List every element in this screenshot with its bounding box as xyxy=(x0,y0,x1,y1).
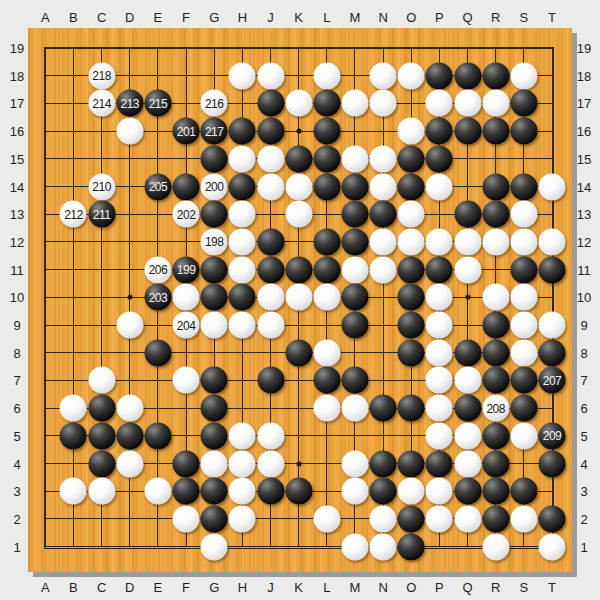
row-label-right: 4 xyxy=(580,456,587,471)
stone-black xyxy=(482,312,509,339)
stone-black xyxy=(341,367,368,394)
row-label-right: 6 xyxy=(580,401,587,416)
stone-white xyxy=(229,478,256,505)
stone-white xyxy=(510,228,537,255)
stone-white xyxy=(482,90,509,117)
stone-white xyxy=(426,395,453,422)
stone-black xyxy=(88,422,115,449)
col-label-bottom: F xyxy=(182,580,190,595)
stone-white: 218 xyxy=(88,62,115,89)
move-number: 208 xyxy=(486,402,505,414)
stone-black xyxy=(88,450,115,477)
stone-black: 211 xyxy=(88,201,115,228)
col-label-bottom: M xyxy=(350,580,361,595)
row-label-left: 18 xyxy=(10,68,24,83)
stone-black xyxy=(341,228,368,255)
go-app-screen: ABCDEFGHJKLMNOPQRST ABCDEFGHJKLMNOPQRST … xyxy=(0,0,600,600)
stone-white xyxy=(144,478,171,505)
stone-white xyxy=(257,450,284,477)
stone-white xyxy=(341,478,368,505)
col-label-top: R xyxy=(491,10,500,25)
stone-black: 203 xyxy=(144,284,171,311)
stone-black xyxy=(257,367,284,394)
col-label-bottom: P xyxy=(435,580,444,595)
col-label-top: C xyxy=(97,10,106,25)
row-label-right: 3 xyxy=(580,484,587,499)
stone-white xyxy=(426,505,453,532)
stone-white xyxy=(454,256,481,283)
stone-black xyxy=(539,256,566,283)
stone-white xyxy=(370,173,397,200)
stone-white xyxy=(229,62,256,89)
stone-black xyxy=(454,395,481,422)
col-label-top: A xyxy=(41,10,50,25)
col-label-bottom: J xyxy=(267,580,274,595)
stone-white xyxy=(370,533,397,560)
stone-black xyxy=(426,118,453,145)
stone-black xyxy=(201,367,228,394)
stone-white xyxy=(313,395,340,422)
stone-black: 207 xyxy=(539,367,566,394)
stone-white xyxy=(229,145,256,172)
move-number: 204 xyxy=(177,319,196,331)
stone-white xyxy=(116,118,143,145)
row-label-right: 16 xyxy=(577,124,591,139)
stone-black xyxy=(341,173,368,200)
stone-white xyxy=(173,367,200,394)
stone-white xyxy=(88,367,115,394)
row-label-left: 12 xyxy=(10,234,24,249)
stone-black xyxy=(398,533,425,560)
stone-black xyxy=(144,422,171,449)
row-label-right: 13 xyxy=(577,207,591,222)
stone-white: 206 xyxy=(144,256,171,283)
row-label-left: 13 xyxy=(10,207,24,222)
stone-white xyxy=(426,173,453,200)
star-point xyxy=(296,461,301,466)
col-label-bottom: K xyxy=(294,580,303,595)
stone-black xyxy=(285,339,312,366)
row-label-left: 19 xyxy=(10,41,24,56)
stone-black xyxy=(173,173,200,200)
move-number: 211 xyxy=(93,208,111,220)
row-label-left: 6 xyxy=(13,401,20,416)
stone-black xyxy=(482,478,509,505)
stone-black xyxy=(482,367,509,394)
stone-black xyxy=(482,505,509,532)
stone-white xyxy=(229,422,256,449)
stone-white xyxy=(285,90,312,117)
row-label-left: 10 xyxy=(10,290,24,305)
col-label-top: O xyxy=(406,10,416,25)
move-number: 202 xyxy=(177,208,196,220)
stone-white xyxy=(454,367,481,394)
stone-black xyxy=(426,256,453,283)
stone-black xyxy=(510,395,537,422)
row-label-right: 8 xyxy=(580,345,587,360)
row-label-right: 15 xyxy=(577,151,591,166)
stone-white xyxy=(454,90,481,117)
stone-black xyxy=(201,284,228,311)
stone-white xyxy=(229,256,256,283)
col-label-bottom: L xyxy=(323,580,330,595)
stone-white xyxy=(201,312,228,339)
stone-white xyxy=(229,228,256,255)
stone-black xyxy=(482,62,509,89)
row-label-right: 18 xyxy=(577,68,591,83)
stone-black xyxy=(426,450,453,477)
stone-white xyxy=(229,450,256,477)
stone-white xyxy=(454,422,481,449)
stone-white xyxy=(257,173,284,200)
stone-black xyxy=(454,339,481,366)
stone-white xyxy=(341,90,368,117)
stone-white xyxy=(370,256,397,283)
move-number: 212 xyxy=(64,208,83,220)
stone-black xyxy=(454,201,481,228)
move-number: 215 xyxy=(149,97,168,109)
stone-white xyxy=(370,228,397,255)
move-number: 210 xyxy=(92,181,111,193)
stone-white xyxy=(60,395,87,422)
col-label-top: N xyxy=(378,10,387,25)
stone-white xyxy=(285,201,312,228)
stone-white xyxy=(539,228,566,255)
col-label-bottom: A xyxy=(41,580,50,595)
stone-black xyxy=(398,450,425,477)
stone-black xyxy=(482,339,509,366)
stone-white xyxy=(539,173,566,200)
stone-black xyxy=(510,478,537,505)
move-number: 206 xyxy=(149,264,168,276)
stone-white xyxy=(313,339,340,366)
stone-white xyxy=(426,312,453,339)
move-number: 217 xyxy=(205,125,224,137)
col-label-bottom: T xyxy=(548,580,556,595)
stone-white xyxy=(482,284,509,311)
stone-black xyxy=(257,90,284,117)
move-number: 198 xyxy=(205,236,224,248)
col-label-bottom: N xyxy=(378,580,387,595)
move-number: 201 xyxy=(177,125,196,137)
stone-white xyxy=(313,62,340,89)
col-label-bottom: B xyxy=(69,580,78,595)
stone-black xyxy=(370,201,397,228)
stone-black xyxy=(482,422,509,449)
stone-white xyxy=(285,173,312,200)
stone-black xyxy=(398,256,425,283)
stone-white: 216 xyxy=(201,90,228,117)
stone-white xyxy=(426,367,453,394)
stone-black xyxy=(539,339,566,366)
stone-white xyxy=(313,505,340,532)
col-label-bottom: G xyxy=(209,580,219,595)
row-label-right: 17 xyxy=(577,96,591,111)
stone-black xyxy=(60,422,87,449)
stone-white xyxy=(454,450,481,477)
col-label-top: B xyxy=(69,10,78,25)
stone-white xyxy=(510,62,537,89)
stone-white: 202 xyxy=(173,201,200,228)
stone-black xyxy=(257,256,284,283)
stone-white xyxy=(482,228,509,255)
stone-white xyxy=(173,284,200,311)
stone-black xyxy=(313,228,340,255)
stone-white xyxy=(201,450,228,477)
stone-white xyxy=(257,145,284,172)
move-number: 213 xyxy=(120,97,139,109)
stone-black xyxy=(173,478,200,505)
col-label-top: M xyxy=(350,10,361,25)
move-number: 214 xyxy=(92,97,111,109)
stone-white xyxy=(426,478,453,505)
stone-white xyxy=(510,422,537,449)
stone-white xyxy=(426,228,453,255)
stone-black xyxy=(313,118,340,145)
stone-white xyxy=(257,422,284,449)
stone-black xyxy=(510,118,537,145)
stone-white xyxy=(426,284,453,311)
stone-white xyxy=(229,312,256,339)
stone-black xyxy=(482,118,509,145)
stone-black xyxy=(510,173,537,200)
stone-black xyxy=(539,450,566,477)
row-label-left: 17 xyxy=(10,96,24,111)
stone-black xyxy=(370,395,397,422)
stone-white xyxy=(341,145,368,172)
stone-black xyxy=(370,450,397,477)
stone-black xyxy=(201,145,228,172)
row-label-left: 11 xyxy=(10,262,24,277)
stone-white xyxy=(370,505,397,532)
stone-white xyxy=(482,533,509,560)
row-label-right: 2 xyxy=(580,511,587,526)
move-number: 205 xyxy=(149,181,168,193)
move-number: 209 xyxy=(543,430,562,442)
stone-black: 215 xyxy=(144,90,171,117)
col-label-bottom: H xyxy=(238,580,247,595)
stone-black xyxy=(313,367,340,394)
stone-black xyxy=(201,422,228,449)
stone-white xyxy=(454,228,481,255)
col-label-bottom: R xyxy=(491,580,500,595)
stone-black xyxy=(510,90,537,117)
stone-white xyxy=(257,62,284,89)
stone-white xyxy=(341,395,368,422)
stone-white xyxy=(173,505,200,532)
row-label-right: 5 xyxy=(580,428,587,443)
stone-black xyxy=(398,339,425,366)
stone-black xyxy=(426,145,453,172)
stone-black xyxy=(426,62,453,89)
stone-white xyxy=(539,312,566,339)
stone-white xyxy=(398,118,425,145)
stone-black xyxy=(116,422,143,449)
stone-white: 212 xyxy=(60,201,87,228)
stone-black xyxy=(539,505,566,532)
col-label-bottom: Q xyxy=(462,580,472,595)
stone-black xyxy=(313,90,340,117)
stone-white xyxy=(88,478,115,505)
col-label-bottom: C xyxy=(97,580,106,595)
star-point xyxy=(127,295,132,300)
move-number: 200 xyxy=(205,181,224,193)
col-label-bottom: E xyxy=(154,580,163,595)
stone-white: 198 xyxy=(201,228,228,255)
stone-black xyxy=(313,145,340,172)
stone-white xyxy=(398,201,425,228)
stone-black xyxy=(398,145,425,172)
stone-black: 217 xyxy=(201,118,228,145)
stone-black xyxy=(257,228,284,255)
stone-black xyxy=(510,256,537,283)
stone-white xyxy=(426,339,453,366)
stone-black xyxy=(144,339,171,366)
stone-white xyxy=(370,62,397,89)
stone-black xyxy=(313,173,340,200)
stone-white xyxy=(370,145,397,172)
stone-black: 213 xyxy=(116,90,143,117)
col-label-top: J xyxy=(267,10,274,25)
col-label-top: G xyxy=(209,10,219,25)
stone-black xyxy=(88,395,115,422)
stone-black xyxy=(454,478,481,505)
stone-black xyxy=(398,284,425,311)
col-label-bottom: O xyxy=(406,580,416,595)
stone-black: 209 xyxy=(539,422,566,449)
stone-black: 199 xyxy=(173,256,200,283)
row-label-left: 14 xyxy=(10,179,24,194)
stone-white: 200 xyxy=(201,173,228,200)
stone-white xyxy=(510,312,537,339)
col-label-top: H xyxy=(238,10,247,25)
stone-white xyxy=(285,284,312,311)
stone-white xyxy=(398,62,425,89)
stone-black xyxy=(229,173,256,200)
stone-black xyxy=(285,256,312,283)
row-label-left: 7 xyxy=(13,373,20,388)
row-label-right: 1 xyxy=(580,539,587,554)
stone-black xyxy=(201,505,228,532)
row-label-left: 5 xyxy=(13,428,20,443)
stone-black xyxy=(398,173,425,200)
move-number: 218 xyxy=(92,70,111,82)
stone-black xyxy=(454,118,481,145)
row-label-left: 3 xyxy=(13,484,20,499)
stone-black xyxy=(341,312,368,339)
stone-white xyxy=(426,90,453,117)
row-label-left: 9 xyxy=(13,318,20,333)
row-label-left: 16 xyxy=(10,124,24,139)
stone-black: 205 xyxy=(144,173,171,200)
stone-white xyxy=(341,533,368,560)
star-point xyxy=(465,295,470,300)
row-label-right: 7 xyxy=(580,373,587,388)
stone-white xyxy=(257,312,284,339)
move-number: 207 xyxy=(543,374,562,386)
col-label-top: F xyxy=(182,10,190,25)
stone-white xyxy=(60,478,87,505)
stone-white xyxy=(116,312,143,339)
stone-black xyxy=(482,173,509,200)
stone-white: 204 xyxy=(173,312,200,339)
row-label-right: 11 xyxy=(577,262,591,277)
stone-black xyxy=(313,256,340,283)
stone-white xyxy=(510,339,537,366)
stone-black xyxy=(341,284,368,311)
col-label-bottom: D xyxy=(125,580,134,595)
move-number: 199 xyxy=(177,264,196,276)
stone-white xyxy=(229,201,256,228)
stone-white xyxy=(539,533,566,560)
col-label-top: P xyxy=(435,10,444,25)
stone-white xyxy=(510,505,537,532)
stone-white xyxy=(341,256,368,283)
row-label-left: 15 xyxy=(10,151,24,166)
row-label-right: 10 xyxy=(577,290,591,305)
stone-white xyxy=(510,284,537,311)
stone-black xyxy=(201,478,228,505)
stone-black xyxy=(285,478,312,505)
row-label-left: 2 xyxy=(13,511,20,526)
row-label-right: 19 xyxy=(577,41,591,56)
row-label-left: 4 xyxy=(13,456,20,471)
stone-white: 214 xyxy=(88,90,115,117)
row-label-left: 8 xyxy=(13,345,20,360)
stone-white xyxy=(510,201,537,228)
star-point xyxy=(296,129,301,134)
col-label-bottom: S xyxy=(520,580,529,595)
stone-black xyxy=(510,367,537,394)
stone-white xyxy=(313,284,340,311)
stone-black xyxy=(482,201,509,228)
stone-white xyxy=(454,505,481,532)
stone-white xyxy=(229,505,256,532)
col-label-top: T xyxy=(548,10,556,25)
stone-white xyxy=(257,284,284,311)
stone-white xyxy=(398,228,425,255)
stone-black xyxy=(454,62,481,89)
stone-white xyxy=(398,478,425,505)
stone-black xyxy=(398,312,425,339)
stone-black xyxy=(229,118,256,145)
row-label-right: 14 xyxy=(577,179,591,194)
stone-white xyxy=(116,450,143,477)
stone-black xyxy=(257,478,284,505)
stone-black xyxy=(398,395,425,422)
stone-black xyxy=(341,201,368,228)
stone-white: 208 xyxy=(482,395,509,422)
stone-black xyxy=(398,505,425,532)
stone-white xyxy=(116,395,143,422)
stone-black xyxy=(173,450,200,477)
stone-black: 201 xyxy=(173,118,200,145)
col-label-top: K xyxy=(294,10,303,25)
row-label-right: 12 xyxy=(577,234,591,249)
stone-black xyxy=(257,118,284,145)
row-label-right: 9 xyxy=(580,318,587,333)
stone-black xyxy=(482,450,509,477)
stone-black xyxy=(201,256,228,283)
stone-white xyxy=(370,90,397,117)
stone-black xyxy=(229,284,256,311)
stone-white xyxy=(341,450,368,477)
col-label-top: Q xyxy=(462,10,472,25)
row-label-left: 1 xyxy=(13,539,20,554)
stone-black xyxy=(201,201,228,228)
col-label-top: E xyxy=(154,10,163,25)
col-label-top: L xyxy=(323,10,330,25)
